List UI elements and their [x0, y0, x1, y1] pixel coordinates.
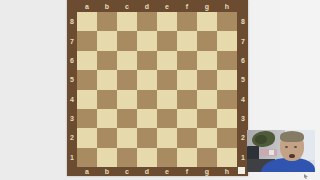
square-h3[interactable]: [217, 109, 237, 128]
square-f7[interactable]: [177, 31, 197, 50]
file-label-bottom-h: h: [217, 167, 237, 176]
square-a7[interactable]: [77, 31, 97, 50]
file-label-bottom-a: a: [77, 167, 97, 176]
file-label-bottom-b: b: [97, 167, 117, 176]
square-b5[interactable]: [97, 70, 117, 89]
square-d4[interactable]: [137, 90, 157, 109]
file-label-bottom-f: f: [177, 167, 197, 176]
square-g1[interactable]: [197, 148, 217, 167]
square-f2[interactable]: [177, 128, 197, 147]
rank-label-left-2: 2: [67, 128, 77, 147]
square-e3[interactable]: [157, 109, 177, 128]
square-h6[interactable]: [217, 51, 237, 70]
square-e2[interactable]: [157, 128, 177, 147]
square-a6[interactable]: [77, 51, 97, 70]
rank-label-left-5: 5: [67, 70, 77, 89]
houseplant-leaf-shadow: [255, 135, 267, 144]
square-g8[interactable]: [197, 12, 217, 31]
rank-labels-left: 87654321: [67, 12, 77, 167]
presenter-hair: [280, 131, 304, 142]
webcam-overlay: [247, 130, 315, 172]
square-b1[interactable]: [97, 148, 117, 167]
square-c2[interactable]: [117, 128, 137, 147]
square-g6[interactable]: [197, 51, 217, 70]
file-label-top-f: f: [177, 2, 197, 11]
file-label-top-a: a: [77, 2, 97, 11]
square-g3[interactable]: [197, 109, 217, 128]
square-e6[interactable]: [157, 51, 177, 70]
square-e7[interactable]: [157, 31, 177, 50]
rank-label-left-7: 7: [67, 31, 77, 50]
rank-label-left-3: 3: [67, 109, 77, 128]
square-a2[interactable]: [77, 128, 97, 147]
file-label-top-e: e: [157, 2, 177, 11]
presenter-eye-left: [285, 146, 288, 148]
square-e8[interactable]: [157, 12, 177, 31]
square-b3[interactable]: [97, 109, 117, 128]
video-frame: abcdefgh abcdefgh 87654321 87654321: [0, 0, 320, 180]
square-d1[interactable]: [137, 148, 157, 167]
square-e5[interactable]: [157, 70, 177, 89]
rank-label-left-1: 1: [67, 148, 77, 167]
square-c4[interactable]: [117, 90, 137, 109]
square-b8[interactable]: [97, 12, 117, 31]
rank-label-left-6: 6: [67, 51, 77, 70]
square-f8[interactable]: [177, 12, 197, 31]
board-squares: [77, 12, 237, 167]
square-a3[interactable]: [77, 109, 97, 128]
square-g2[interactable]: [197, 128, 217, 147]
square-c7[interactable]: [117, 31, 137, 50]
rank-label-right-4: 4: [238, 90, 248, 109]
square-e1[interactable]: [157, 148, 177, 167]
square-d7[interactable]: [137, 31, 157, 50]
file-label-bottom-e: e: [157, 167, 177, 176]
file-label-bottom-g: g: [197, 167, 217, 176]
square-b6[interactable]: [97, 51, 117, 70]
square-h7[interactable]: [217, 31, 237, 50]
square-c1[interactable]: [117, 148, 137, 167]
rank-label-right-7: 7: [238, 31, 248, 50]
rank-label-right-6: 6: [238, 51, 248, 70]
square-d2[interactable]: [137, 128, 157, 147]
square-f3[interactable]: [177, 109, 197, 128]
rank-label-right-8: 8: [238, 12, 248, 31]
square-h8[interactable]: [217, 12, 237, 31]
square-c3[interactable]: [117, 109, 137, 128]
file-labels-top: abcdefgh: [77, 0, 237, 12]
square-e4[interactable]: [157, 90, 177, 109]
presenter-mouth-open: [289, 154, 295, 158]
rank-label-left-4: 4: [67, 90, 77, 109]
square-d6[interactable]: [137, 51, 157, 70]
file-label-top-c: c: [117, 2, 137, 11]
file-label-bottom-d: d: [137, 167, 157, 176]
square-h1[interactable]: [217, 148, 237, 167]
square-b2[interactable]: [97, 128, 117, 147]
square-d8[interactable]: [137, 12, 157, 31]
square-a8[interactable]: [77, 12, 97, 31]
square-f4[interactable]: [177, 90, 197, 109]
square-h5[interactable]: [217, 70, 237, 89]
shelf-item-white: [269, 150, 274, 155]
square-a1[interactable]: [77, 148, 97, 167]
file-labels-bottom: abcdefgh: [77, 167, 237, 176]
square-g7[interactable]: [197, 31, 217, 50]
tiny-cursor-artifact: [304, 174, 308, 179]
rank-label-right-5: 5: [238, 70, 248, 89]
houseplant: [252, 131, 275, 147]
square-d5[interactable]: [137, 70, 157, 89]
file-label-top-g: g: [197, 2, 217, 11]
square-h2[interactable]: [217, 128, 237, 147]
file-label-top-d: d: [137, 2, 157, 11]
square-b7[interactable]: [97, 31, 117, 50]
square-h4[interactable]: [217, 90, 237, 109]
square-f1[interactable]: [177, 148, 197, 167]
file-label-top-b: b: [97, 2, 117, 11]
square-g5[interactable]: [197, 70, 217, 89]
square-g4[interactable]: [197, 90, 217, 109]
square-a5[interactable]: [77, 70, 97, 89]
square-f6[interactable]: [177, 51, 197, 70]
square-c5[interactable]: [117, 70, 137, 89]
rank-label-left-8: 8: [67, 12, 77, 31]
file-label-top-h: h: [217, 2, 237, 11]
square-a4[interactable]: [77, 90, 97, 109]
square-c6[interactable]: [117, 51, 137, 70]
chess-board: abcdefgh abcdefgh 87654321 87654321: [67, 0, 248, 176]
file-label-bottom-c: c: [117, 167, 137, 176]
square-b4[interactable]: [97, 90, 117, 109]
square-f5[interactable]: [177, 70, 197, 89]
shelf-items: [260, 149, 277, 156]
rank-label-right-3: 3: [238, 109, 248, 128]
side-to-move-indicator-white: [238, 167, 245, 174]
square-d3[interactable]: [137, 109, 157, 128]
presenter-eye-right: [294, 146, 297, 148]
square-c8[interactable]: [117, 12, 137, 31]
